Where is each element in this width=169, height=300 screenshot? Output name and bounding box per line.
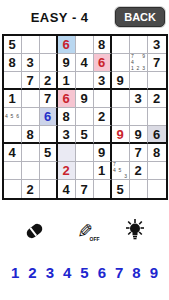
- cell-r6c1[interactable]: [4, 126, 22, 144]
- cell-r7c2[interactable]: [22, 144, 40, 162]
- cell-r1c6[interactable]: 8: [94, 36, 112, 54]
- numpad-6[interactable]: 6: [98, 264, 106, 281]
- cell-r5c9[interactable]: [148, 108, 166, 126]
- cell-r3c1[interactable]: [4, 72, 22, 90]
- lightbulb-icon: [122, 218, 148, 244]
- cell-r4c1[interactable]: 1: [4, 90, 22, 108]
- cell-r9c6[interactable]: [94, 180, 112, 198]
- cell-r2c2[interactable]: 3: [22, 54, 40, 72]
- cell-r7c4[interactable]: [58, 144, 76, 162]
- cell-r1c1[interactable]: 5: [4, 36, 22, 54]
- numpad-8[interactable]: 8: [132, 264, 140, 281]
- cell-r5c5[interactable]: [76, 108, 94, 126]
- cell-r2c9[interactable]: 7: [148, 54, 166, 72]
- cell-r5c2[interactable]: [22, 108, 40, 126]
- pencil-mode-label: OFF: [90, 236, 100, 242]
- cell-r9c5[interactable]: 7: [76, 180, 94, 198]
- cell-r7c7[interactable]: [112, 144, 130, 162]
- sudoku-board: 5683839467941237721391769324566828359964…: [2, 34, 168, 200]
- cell-r4c3[interactable]: 7: [40, 90, 58, 108]
- toolbar: ✎ OFF: [0, 216, 169, 246]
- cell-r9c9[interactable]: [148, 180, 166, 198]
- numpad-7[interactable]: 7: [115, 264, 123, 281]
- cell-r8c3[interactable]: [40, 162, 58, 180]
- number-pad: 123456789: [0, 264, 169, 281]
- cell-r6c9[interactable]: 6: [148, 126, 166, 144]
- cell-r4c4[interactable]: 6: [58, 90, 76, 108]
- cell-r2c3[interactable]: [40, 54, 58, 72]
- cell-r1c4[interactable]: 6: [58, 36, 76, 54]
- cell-r6c6[interactable]: [94, 126, 112, 144]
- cell-r4c2[interactable]: [22, 90, 40, 108]
- cell-r7c5[interactable]: [76, 144, 94, 162]
- cell-r6c4[interactable]: 3: [58, 126, 76, 144]
- cell-r1c7[interactable]: [112, 36, 130, 54]
- cell-r6c8[interactable]: 9: [130, 126, 148, 144]
- cell-r3c3[interactable]: 2: [40, 72, 58, 90]
- cell-r5c3[interactable]: 6: [40, 108, 58, 126]
- cell-r9c3[interactable]: [40, 180, 58, 198]
- cell-r8c4[interactable]: 2: [58, 162, 76, 180]
- cell-r3c8[interactable]: [130, 72, 148, 90]
- hint-button[interactable]: [122, 218, 148, 244]
- numpad-4[interactable]: 4: [63, 264, 71, 281]
- cell-r5c8[interactable]: [130, 108, 148, 126]
- cell-r8c9[interactable]: [148, 162, 166, 180]
- cell-r8c5[interactable]: [76, 162, 94, 180]
- numpad-3[interactable]: 3: [46, 264, 54, 281]
- cell-r1c2[interactable]: [22, 36, 40, 54]
- cell-r9c1[interactable]: [4, 180, 22, 198]
- cell-r2c8[interactable]: 794123: [130, 54, 148, 72]
- numpad-2[interactable]: 2: [28, 264, 36, 281]
- eraser-button[interactable]: [22, 218, 48, 244]
- cell-r8c6[interactable]: 1: [94, 162, 112, 180]
- pencil-notes: 794123: [130, 54, 147, 71]
- cell-r6c5[interactable]: 5: [76, 126, 94, 144]
- pencil-notes: 7453: [112, 162, 129, 179]
- cell-r9c4[interactable]: 4: [58, 180, 76, 198]
- cell-r1c5[interactable]: [76, 36, 94, 54]
- cell-r5c1[interactable]: 456: [4, 108, 22, 126]
- cell-r4c7[interactable]: [112, 90, 130, 108]
- cell-r8c2[interactable]: [22, 162, 40, 180]
- pencil-toggle-button[interactable]: ✎ OFF: [72, 218, 98, 244]
- page-title: EASY - 4: [4, 10, 115, 25]
- cell-r5c4[interactable]: 8: [58, 108, 76, 126]
- cell-r2c1[interactable]: 8: [4, 54, 22, 72]
- cell-r3c9[interactable]: [148, 72, 166, 90]
- cell-r4c9[interactable]: 2: [148, 90, 166, 108]
- cell-r3c6[interactable]: 3: [94, 72, 112, 90]
- back-button[interactable]: BACK: [115, 7, 165, 27]
- cell-r3c2[interactable]: 7: [22, 72, 40, 90]
- eraser-icon: [25, 222, 45, 240]
- cell-r7c1[interactable]: 4: [4, 144, 22, 162]
- cell-r4c6[interactable]: [94, 90, 112, 108]
- cell-r2c6[interactable]: 6: [94, 54, 112, 72]
- cell-r9c7[interactable]: 5: [112, 180, 130, 198]
- cell-r8c1[interactable]: [4, 162, 22, 180]
- pencil-notes: 456: [4, 108, 21, 125]
- cell-r2c7[interactable]: [112, 54, 130, 72]
- cell-r7c3[interactable]: 5: [40, 144, 58, 162]
- cell-r1c9[interactable]: 3: [148, 36, 166, 54]
- cell-r3c5[interactable]: [76, 72, 94, 90]
- cell-r4c5[interactable]: 9: [76, 90, 94, 108]
- cell-r7c6[interactable]: 9: [94, 144, 112, 162]
- cell-r7c9[interactable]: 8: [148, 144, 166, 162]
- cell-r9c8[interactable]: [130, 180, 148, 198]
- cell-r2c4[interactable]: 9: [58, 54, 76, 72]
- cell-r6c7[interactable]: 9: [112, 126, 130, 144]
- cell-r6c3[interactable]: [40, 126, 58, 144]
- cell-r6c2[interactable]: 8: [22, 126, 40, 144]
- numpad-5[interactable]: 5: [80, 264, 88, 281]
- cell-r2c5[interactable]: 4: [76, 54, 94, 72]
- cell-r3c4[interactable]: 1: [58, 72, 76, 90]
- numpad-1[interactable]: 1: [11, 264, 19, 281]
- cell-r8c7[interactable]: 7453: [112, 162, 130, 180]
- cell-r1c8[interactable]: [130, 36, 148, 54]
- header: EASY - 4 BACK: [0, 0, 169, 32]
- cell-r9c2[interactable]: 2: [22, 180, 40, 198]
- numpad-9[interactable]: 9: [150, 264, 158, 281]
- cell-r1c3[interactable]: [40, 36, 58, 54]
- cell-r7c8[interactable]: 7: [130, 144, 148, 162]
- cell-r8c8[interactable]: 2: [130, 162, 148, 180]
- cell-r4c8[interactable]: 3: [130, 90, 148, 108]
- cell-r3c7[interactable]: 9: [112, 72, 130, 90]
- cell-r5c6[interactable]: 2: [94, 108, 112, 126]
- cell-r5c7[interactable]: [112, 108, 130, 126]
